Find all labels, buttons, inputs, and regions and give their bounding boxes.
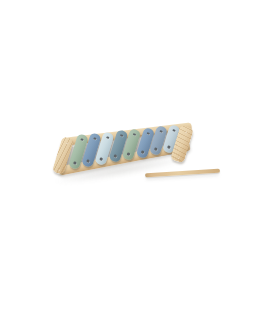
nail-icon: [113, 155, 116, 158]
nail-icon: [93, 137, 96, 140]
nail-icon: [133, 132, 136, 135]
nail-icon: [57, 167, 60, 170]
nail-icon: [100, 157, 103, 160]
nail-icon: [184, 130, 187, 133]
nail-icon: [154, 148, 157, 151]
nail-icon: [65, 141, 68, 144]
nail-icon: [106, 135, 109, 138]
nail-icon: [127, 152, 130, 155]
nail-icon: [167, 145, 170, 148]
nail-icon: [120, 134, 123, 137]
nail-icon: [159, 130, 162, 133]
nail-icon: [172, 128, 175, 131]
nail-icon: [140, 150, 143, 153]
product-photo: [0, 0, 272, 310]
nail-icon: [146, 131, 149, 134]
nail-icon: [177, 155, 180, 158]
nail-icon: [73, 162, 76, 165]
nail-icon: [86, 159, 89, 162]
nail-icon: [80, 138, 83, 141]
